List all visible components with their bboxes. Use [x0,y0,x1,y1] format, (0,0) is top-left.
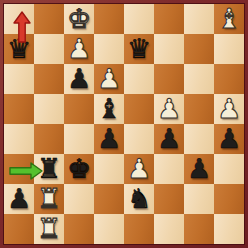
square-f5[interactable]: ♟ [154,94,184,124]
square-a7[interactable]: ♛ [4,34,34,64]
square-a1[interactable] [4,214,34,244]
square-f7[interactable] [154,34,184,64]
square-h2[interactable] [214,184,244,214]
square-g4[interactable] [184,124,214,154]
square-f6[interactable] [154,64,184,94]
square-c6[interactable]: ♟ [64,64,94,94]
white-rook[interactable]: ♜ [37,184,61,214]
square-c3[interactable]: ♚ [64,154,94,184]
square-e7[interactable]: ♛ [124,34,154,64]
white-pawn[interactable]: ♟ [67,34,91,64]
square-h8[interactable]: ♝ [214,4,244,34]
square-g6[interactable] [184,64,214,94]
black-pawn[interactable]: ♟ [67,64,91,94]
square-e1[interactable] [124,214,154,244]
square-b2[interactable]: ♜ [34,184,64,214]
black-pawn[interactable]: ♟ [187,154,211,184]
square-h7[interactable] [214,34,244,64]
square-a4[interactable] [4,124,34,154]
square-b4[interactable] [34,124,64,154]
square-g5[interactable] [184,94,214,124]
square-f8[interactable] [154,4,184,34]
square-c8[interactable]: ♚ [64,4,94,34]
chess-board: ♚♝♛♟♛♟♟♝♟♟♟♟♟♜♚♟♟♟♜♞♜ [4,4,244,244]
square-b7[interactable] [34,34,64,64]
square-b5[interactable] [34,94,64,124]
square-f4[interactable]: ♟ [154,124,184,154]
square-a3[interactable] [4,154,34,184]
square-c2[interactable] [64,184,94,214]
white-pawn[interactable]: ♟ [217,94,241,124]
square-e3[interactable]: ♟ [124,154,154,184]
square-b6[interactable] [34,64,64,94]
square-d5[interactable]: ♝ [94,94,124,124]
square-b3[interactable]: ♜ [34,154,64,184]
white-bishop[interactable]: ♝ [217,4,241,34]
square-d6[interactable]: ♟ [94,64,124,94]
square-g1[interactable] [184,214,214,244]
black-pawn[interactable]: ♟ [217,124,241,154]
square-g7[interactable] [184,34,214,64]
square-d3[interactable] [94,154,124,184]
square-d8[interactable] [94,4,124,34]
square-h3[interactable] [214,154,244,184]
black-rook[interactable]: ♜ [37,154,61,184]
square-d1[interactable] [94,214,124,244]
white-rook[interactable]: ♜ [37,214,61,244]
white-pawn[interactable]: ♟ [157,94,181,124]
black-pawn[interactable]: ♟ [7,184,31,214]
square-c4[interactable] [64,124,94,154]
square-g3[interactable]: ♟ [184,154,214,184]
square-e8[interactable] [124,4,154,34]
white-king[interactable]: ♚ [67,4,91,34]
square-f2[interactable] [154,184,184,214]
square-a6[interactable] [4,64,34,94]
black-knight[interactable]: ♞ [127,184,151,214]
square-a2[interactable]: ♟ [4,184,34,214]
square-d7[interactable] [94,34,124,64]
square-c1[interactable] [64,214,94,244]
square-h5[interactable]: ♟ [214,94,244,124]
square-e5[interactable] [124,94,154,124]
square-e2[interactable]: ♞ [124,184,154,214]
square-e4[interactable] [124,124,154,154]
square-b1[interactable]: ♜ [34,214,64,244]
square-h4[interactable]: ♟ [214,124,244,154]
square-f3[interactable] [154,154,184,184]
square-b8[interactable] [34,4,64,34]
chess-app: ♚♝♛♟♛♟♟♝♟♟♟♟♟♜♚♟♟♟♜♞♜ [0,0,248,248]
square-e6[interactable] [124,64,154,94]
square-g2[interactable] [184,184,214,214]
square-c5[interactable] [64,94,94,124]
white-pawn[interactable]: ♟ [127,154,151,184]
square-c7[interactable]: ♟ [64,34,94,64]
black-pawn[interactable]: ♟ [97,124,121,154]
black-queen[interactable]: ♛ [127,34,151,64]
square-h1[interactable] [214,214,244,244]
black-bishop[interactable]: ♝ [97,94,121,124]
square-h6[interactable] [214,64,244,94]
black-queen[interactable]: ♛ [7,34,31,64]
square-d2[interactable] [94,184,124,214]
square-g8[interactable] [184,4,214,34]
square-a5[interactable] [4,94,34,124]
square-d4[interactable]: ♟ [94,124,124,154]
square-f1[interactable] [154,214,184,244]
black-king[interactable]: ♚ [67,154,91,184]
white-pawn[interactable]: ♟ [97,64,121,94]
black-pawn[interactable]: ♟ [157,124,181,154]
square-a8[interactable] [4,4,34,34]
